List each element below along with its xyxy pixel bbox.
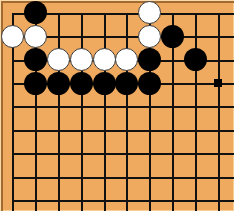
- intersection: [138, 1, 161, 24]
- intersection: [24, 165, 47, 188]
- white-stone: [1, 25, 24, 48]
- intersection: [161, 1, 184, 24]
- intersection: [24, 141, 47, 164]
- intersection: [1, 71, 24, 94]
- black-stone: [184, 48, 207, 71]
- intersection: [184, 95, 207, 118]
- intersection: [24, 1, 47, 24]
- intersection: [24, 48, 47, 71]
- intersection: [24, 95, 47, 118]
- white-stone: [47, 48, 70, 71]
- intersection: [70, 71, 93, 94]
- intersection: [93, 118, 116, 141]
- intersections-grid: [1, 1, 230, 211]
- white-stone: [93, 48, 116, 71]
- intersection: [70, 95, 93, 118]
- black-stone: [138, 48, 161, 71]
- intersection: [47, 48, 70, 71]
- intersection: [24, 71, 47, 94]
- intersection: [138, 95, 161, 118]
- intersection: [24, 118, 47, 141]
- intersection: [1, 95, 24, 118]
- intersection: [93, 25, 116, 48]
- intersection: [161, 165, 184, 188]
- go-board: [0, 0, 234, 211]
- intersection: [207, 141, 230, 164]
- black-stone: [70, 72, 93, 95]
- intersection: [70, 165, 93, 188]
- intersection: [161, 48, 184, 71]
- intersection: [47, 188, 70, 211]
- intersection: [138, 141, 161, 164]
- black-stone: [47, 72, 70, 95]
- intersection: [184, 141, 207, 164]
- intersection: [47, 118, 70, 141]
- intersection: [24, 188, 47, 211]
- intersection: [207, 25, 230, 48]
- intersection: [184, 71, 207, 94]
- intersection: [70, 141, 93, 164]
- intersection: [1, 118, 24, 141]
- intersection: [70, 1, 93, 24]
- intersection: [207, 165, 230, 188]
- intersection: [24, 25, 47, 48]
- intersection: [138, 165, 161, 188]
- black-stone: [24, 72, 47, 95]
- intersection: [115, 48, 138, 71]
- intersection: [138, 118, 161, 141]
- white-stone: [115, 48, 138, 71]
- intersection: [47, 141, 70, 164]
- intersection: [47, 25, 70, 48]
- intersection: [184, 118, 207, 141]
- intersection: [161, 141, 184, 164]
- black-stone: [24, 1, 47, 24]
- intersection: [207, 188, 230, 211]
- white-stone: [138, 25, 161, 48]
- intersection: [115, 118, 138, 141]
- intersection: [207, 118, 230, 141]
- intersection: [70, 118, 93, 141]
- intersection: [161, 95, 184, 118]
- intersection: [207, 1, 230, 24]
- intersection: [1, 48, 24, 71]
- intersection: [207, 71, 230, 94]
- intersection: [184, 25, 207, 48]
- intersection: [115, 25, 138, 48]
- intersection: [115, 188, 138, 211]
- white-stone: [138, 1, 161, 24]
- intersection: [70, 48, 93, 71]
- intersection: [184, 1, 207, 24]
- intersection: [1, 25, 24, 48]
- intersection: [115, 95, 138, 118]
- intersection: [1, 1, 24, 24]
- intersection: [138, 71, 161, 94]
- intersection: [184, 48, 207, 71]
- intersection: [93, 165, 116, 188]
- intersection: [47, 71, 70, 94]
- intersection: [93, 71, 116, 94]
- intersection: [47, 95, 70, 118]
- intersection: [70, 25, 93, 48]
- intersection: [207, 95, 230, 118]
- intersection: [161, 188, 184, 211]
- intersection: [93, 1, 116, 24]
- intersection: [115, 1, 138, 24]
- white-stone: [24, 25, 47, 48]
- intersection: [93, 48, 116, 71]
- black-stone: [115, 72, 138, 95]
- black-stone: [24, 48, 47, 71]
- intersection: [115, 141, 138, 164]
- intersection: [184, 165, 207, 188]
- intersection: [184, 188, 207, 211]
- white-stone: [70, 48, 93, 71]
- intersection: [115, 71, 138, 94]
- intersection: [207, 48, 230, 71]
- intersection: [93, 188, 116, 211]
- black-stone: [93, 72, 116, 95]
- intersection: [47, 1, 70, 24]
- intersection: [115, 165, 138, 188]
- intersection: [93, 141, 116, 164]
- square-marker: [214, 79, 222, 87]
- black-stone: [138, 72, 161, 95]
- intersection: [47, 165, 70, 188]
- intersection: [138, 48, 161, 71]
- intersection: [161, 25, 184, 48]
- intersection: [1, 165, 24, 188]
- intersection: [70, 188, 93, 211]
- intersection: [138, 188, 161, 211]
- intersection: [1, 188, 24, 211]
- intersection: [161, 71, 184, 94]
- intersection: [138, 25, 161, 48]
- intersection: [93, 95, 116, 118]
- black-stone: [161, 25, 184, 48]
- intersection: [1, 141, 24, 164]
- intersection: [161, 118, 184, 141]
